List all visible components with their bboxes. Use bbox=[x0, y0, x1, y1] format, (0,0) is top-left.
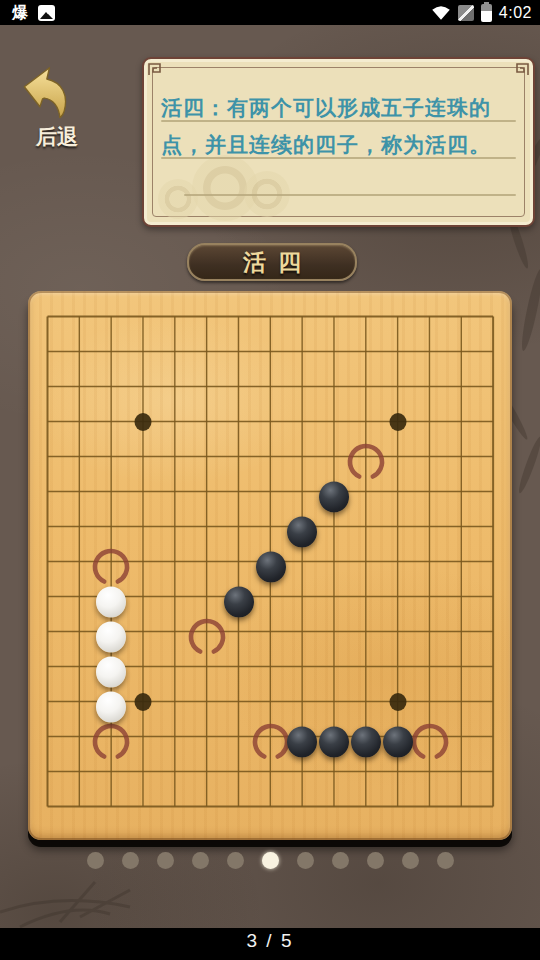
star-point bbox=[135, 413, 152, 431]
status-bar: 爆 4:02 bbox=[0, 0, 540, 25]
black-stone bbox=[319, 726, 349, 757]
hint-circle bbox=[344, 440, 388, 484]
black-stone bbox=[319, 481, 349, 512]
page-dot-1[interactable] bbox=[87, 852, 104, 869]
back-label: 后退 bbox=[18, 123, 96, 151]
hint-circle bbox=[89, 545, 133, 589]
corner-ornament-icon bbox=[516, 63, 529, 76]
lesson-text-line2: 点，并且连续的四子，称为活四。 bbox=[161, 131, 518, 159]
black-stone bbox=[351, 726, 381, 757]
page-dot-2[interactable] bbox=[122, 852, 139, 869]
back-button[interactable]: 后退 bbox=[18, 66, 96, 158]
corner-ornament-icon bbox=[148, 63, 161, 76]
page-dot-6[interactable] bbox=[262, 852, 279, 869]
black-stone bbox=[287, 516, 317, 547]
star-point bbox=[135, 693, 152, 711]
black-stone bbox=[383, 726, 413, 757]
lesson-text-line1: 活四：有两个可以形成五子连珠的 bbox=[161, 94, 518, 122]
page-dot-5[interactable] bbox=[227, 852, 244, 869]
black-stone bbox=[256, 551, 286, 582]
lesson-card: 活四：有两个可以形成五子连珠的 点，并且连续的四子，称为活四。 bbox=[142, 57, 535, 227]
game-board[interactable] bbox=[28, 291, 512, 840]
title-badge-label: 活四 bbox=[189, 245, 355, 279]
page-dot-10[interactable] bbox=[402, 852, 419, 869]
white-stone bbox=[96, 691, 126, 722]
page-dot-7[interactable] bbox=[297, 852, 314, 869]
no-signal-icon bbox=[458, 5, 474, 21]
pagination bbox=[0, 851, 540, 869]
title-badge: 活四 bbox=[187, 243, 357, 281]
cloud-watermark bbox=[158, 179, 198, 219]
black-stone bbox=[287, 726, 317, 757]
black-stone bbox=[224, 586, 254, 617]
white-stone bbox=[96, 621, 126, 652]
star-point bbox=[389, 693, 406, 711]
page-indicator: 3 / 5 bbox=[0, 928, 540, 954]
hint-circle bbox=[185, 615, 229, 659]
back-arrow-icon bbox=[18, 66, 74, 118]
page-dot-11[interactable] bbox=[437, 852, 454, 869]
battery-icon bbox=[481, 4, 492, 22]
app-screen: 爆 4:02 bbox=[0, 0, 540, 960]
hint-circle bbox=[89, 720, 133, 764]
notification-glyph: 爆 bbox=[12, 3, 28, 22]
hint-circle bbox=[249, 720, 293, 764]
screenshot-icon bbox=[38, 5, 55, 21]
ruled-line bbox=[184, 194, 516, 196]
star-point bbox=[389, 413, 406, 431]
wifi-icon bbox=[431, 5, 451, 21]
page-dot-3[interactable] bbox=[157, 852, 174, 869]
clock-label: 4:02 bbox=[499, 4, 532, 22]
page-dot-8[interactable] bbox=[332, 852, 349, 869]
footer-bar: 3 / 5 bbox=[0, 928, 540, 960]
page-dot-9[interactable] bbox=[367, 852, 384, 869]
white-stone bbox=[96, 586, 126, 617]
white-stone bbox=[96, 656, 126, 687]
page-dot-4[interactable] bbox=[192, 852, 209, 869]
hint-circle bbox=[408, 720, 452, 764]
